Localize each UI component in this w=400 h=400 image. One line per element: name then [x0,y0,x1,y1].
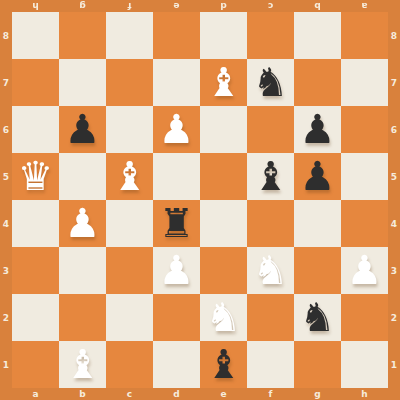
square-a1[interactable] [12,341,59,388]
rank-labels-left: 87654321 [0,12,12,388]
rank-label: 2 [0,294,12,341]
square-b1[interactable]: ♝ [59,341,106,388]
piece-black-rook[interactable]: ♜ [159,200,195,247]
square-c1[interactable] [106,341,153,388]
square-g2[interactable]: ♞ [294,294,341,341]
square-a3[interactable] [12,247,59,294]
square-h4[interactable] [341,200,388,247]
file-label: d [200,0,247,12]
rank-label: 2 [388,294,400,341]
piece-black-pawn[interactable]: ♟ [300,153,336,200]
square-f7[interactable]: ♞ [247,59,294,106]
square-g4[interactable] [294,200,341,247]
square-h7[interactable] [341,59,388,106]
square-f8[interactable] [247,12,294,59]
square-d1[interactable] [153,341,200,388]
rank-label: 1 [0,341,12,388]
square-d7[interactable] [153,59,200,106]
rank-label: 7 [0,59,12,106]
square-c5[interactable]: ♝ [106,153,153,200]
square-a7[interactable] [12,59,59,106]
square-f6[interactable] [247,106,294,153]
square-a5[interactable]: ♛ [12,153,59,200]
square-e1[interactable]: ♝ [200,341,247,388]
board-grid: ♝♞♟♟♟♛♝♝♟♟♜♟♞♟♞♞♝♝ [12,12,388,388]
piece-white-knight[interactable]: ♞ [206,294,242,341]
square-c4[interactable] [106,200,153,247]
square-e4[interactable] [200,200,247,247]
rank-label: 8 [0,12,12,59]
piece-white-pawn[interactable]: ♟ [159,247,195,294]
square-b6[interactable]: ♟ [59,106,106,153]
square-e8[interactable] [200,12,247,59]
square-c3[interactable] [106,247,153,294]
square-a2[interactable] [12,294,59,341]
rank-label: 6 [0,106,12,153]
square-h1[interactable] [341,341,388,388]
square-a6[interactable] [12,106,59,153]
file-label: a [12,388,59,400]
rank-label: 4 [388,200,400,247]
square-a4[interactable] [12,200,59,247]
rank-label: 8 [388,12,400,59]
square-f5[interactable]: ♝ [247,153,294,200]
square-d3[interactable]: ♟ [153,247,200,294]
square-f1[interactable] [247,341,294,388]
square-c8[interactable] [106,12,153,59]
file-labels-top: abcdefgh [12,0,388,12]
file-label: e [200,388,247,400]
square-h2[interactable] [341,294,388,341]
square-h5[interactable] [341,153,388,200]
square-h6[interactable] [341,106,388,153]
square-b5[interactable] [59,153,106,200]
rank-labels-right: 87654321 [388,12,400,388]
square-g7[interactable] [294,59,341,106]
square-e6[interactable] [200,106,247,153]
square-e2[interactable]: ♞ [200,294,247,341]
square-d8[interactable] [153,12,200,59]
file-label: g [59,0,106,12]
piece-black-bishop[interactable]: ♝ [206,341,242,388]
rank-label: 5 [388,153,400,200]
file-label: f [247,388,294,400]
square-h3[interactable]: ♟ [341,247,388,294]
piece-black-knight[interactable]: ♞ [300,294,336,341]
piece-black-knight[interactable]: ♞ [253,59,289,106]
square-g5[interactable]: ♟ [294,153,341,200]
piece-white-bishop[interactable]: ♝ [112,153,148,200]
square-f2[interactable] [247,294,294,341]
square-g1[interactable] [294,341,341,388]
square-d5[interactable] [153,153,200,200]
piece-white-bishop[interactable]: ♝ [65,341,101,388]
square-e5[interactable] [200,153,247,200]
file-labels-bottom: abcdefgh [12,388,388,400]
square-c2[interactable] [106,294,153,341]
piece-white-pawn[interactable]: ♟ [347,247,383,294]
square-d6[interactable]: ♟ [153,106,200,153]
piece-black-bishop[interactable]: ♝ [253,153,289,200]
file-label: h [341,388,388,400]
rank-label: 6 [388,106,400,153]
piece-white-bishop[interactable]: ♝ [206,59,242,106]
piece-white-knight[interactable]: ♞ [253,247,289,294]
file-label: h [12,0,59,12]
square-d2[interactable] [153,294,200,341]
chess-board: abcdefgh 87654321 87654321 abcdefgh ♝♞♟♟… [0,0,400,400]
piece-white-queen[interactable]: ♛ [18,153,54,200]
file-label: c [247,0,294,12]
square-b4[interactable]: ♟ [59,200,106,247]
square-c6[interactable] [106,106,153,153]
square-a8[interactable] [12,12,59,59]
file-label: e [153,0,200,12]
square-g3[interactable] [294,247,341,294]
file-label: g [294,388,341,400]
rank-label: 5 [0,153,12,200]
rank-label: 4 [0,200,12,247]
square-e7[interactable]: ♝ [200,59,247,106]
rank-label: 7 [388,59,400,106]
rank-label: 1 [388,341,400,388]
piece-black-pawn[interactable]: ♟ [65,106,101,153]
square-b3[interactable] [59,247,106,294]
square-b7[interactable] [59,59,106,106]
square-g8[interactable] [294,12,341,59]
file-label: f [106,0,153,12]
square-h8[interactable] [341,12,388,59]
square-e3[interactable] [200,247,247,294]
file-label: d [153,388,200,400]
file-label: c [106,388,153,400]
square-f4[interactable] [247,200,294,247]
square-b2[interactable] [59,294,106,341]
square-c7[interactable] [106,59,153,106]
rank-label: 3 [0,247,12,294]
piece-white-pawn[interactable]: ♟ [65,200,101,247]
square-f3[interactable]: ♞ [247,247,294,294]
rank-label: 3 [388,247,400,294]
square-b8[interactable] [59,12,106,59]
file-label: b [59,388,106,400]
piece-white-pawn[interactable]: ♟ [159,106,195,153]
square-d4[interactable]: ♜ [153,200,200,247]
file-label: b [294,0,341,12]
file-label: a [341,0,388,12]
square-g6[interactable]: ♟ [294,106,341,153]
piece-black-pawn[interactable]: ♟ [300,106,336,153]
